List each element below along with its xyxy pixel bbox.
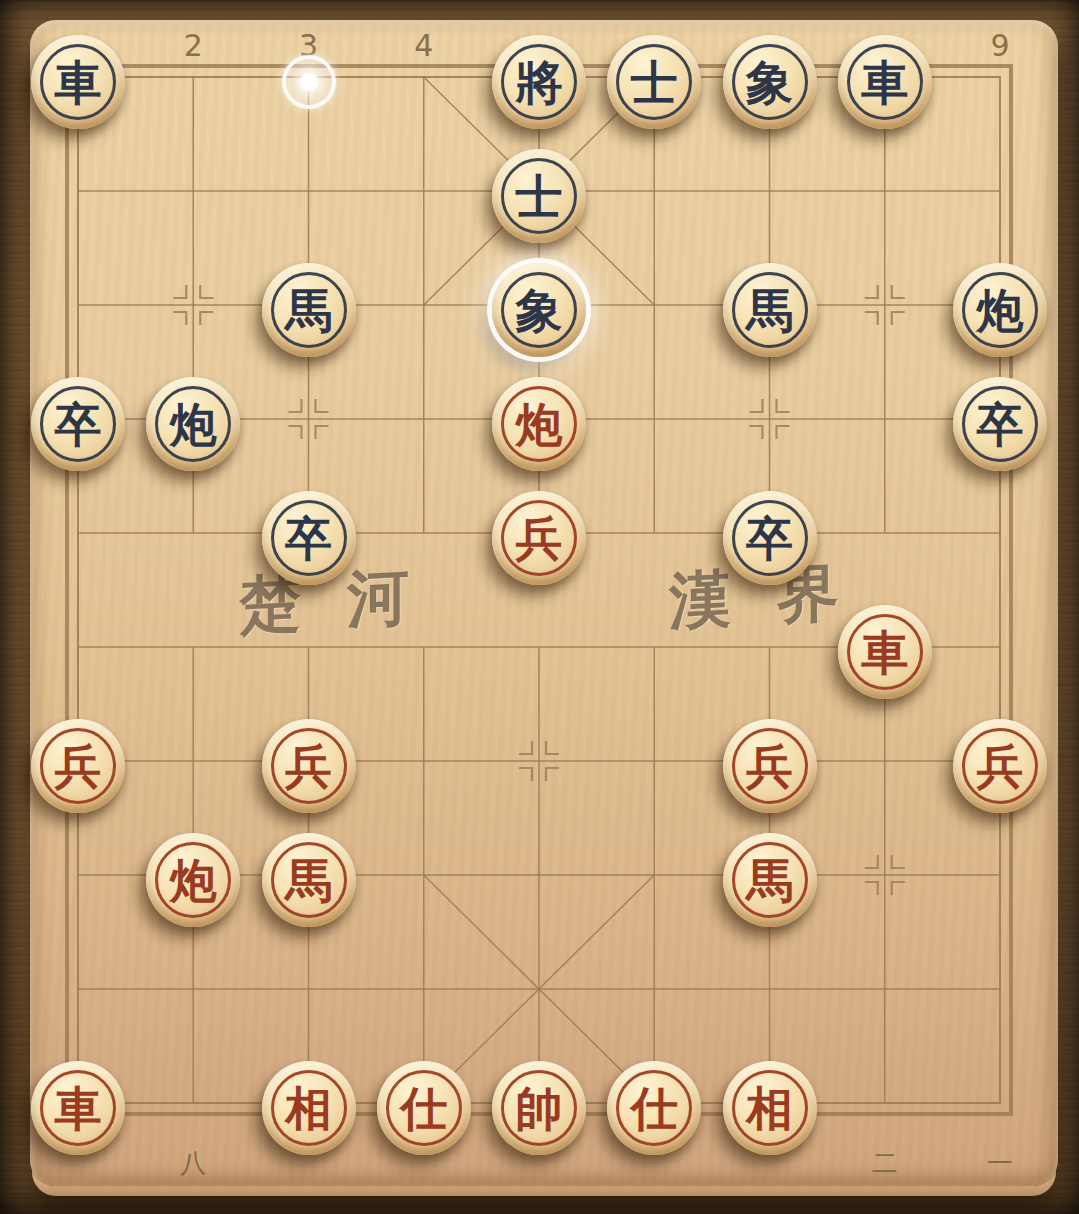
piece-character: 炮 — [492, 377, 586, 471]
piece-character: 卒 — [953, 377, 1047, 471]
piece-black-chariot[interactable]: 車 — [838, 35, 932, 129]
piece-character: 相 — [723, 1061, 817, 1155]
piece-red-elephant[interactable]: 相 — [723, 1061, 817, 1155]
piece-black-soldier[interactable]: 卒 — [262, 491, 356, 585]
piece-red-advisor[interactable]: 仕 — [607, 1061, 701, 1155]
piece-black-soldier[interactable]: 卒 — [953, 377, 1047, 471]
piece-red-cannon[interactable]: 炮 — [146, 833, 240, 927]
piece-black-advisor[interactable]: 士 — [492, 149, 586, 243]
piece-character: 炮 — [146, 833, 240, 927]
piece-red-advisor[interactable]: 仕 — [377, 1061, 471, 1155]
piece-black-soldier[interactable]: 卒 — [723, 491, 817, 585]
piece-character: 車 — [838, 35, 932, 129]
piece-character: 仕 — [607, 1061, 701, 1155]
piece-black-advisor[interactable]: 士 — [607, 35, 701, 129]
piece-black-elephant[interactable]: 象 — [723, 35, 817, 129]
piece-character: 馬 — [262, 263, 356, 357]
piece-character: 車 — [31, 1061, 125, 1155]
piece-black-elephant[interactable]: 象 — [492, 263, 586, 357]
piece-character: 兵 — [953, 719, 1047, 813]
piece-red-soldier[interactable]: 兵 — [31, 719, 125, 813]
piece-red-chariot[interactable]: 車 — [31, 1061, 125, 1155]
piece-black-horse[interactable]: 馬 — [262, 263, 356, 357]
piece-black-horse[interactable]: 馬 — [723, 263, 817, 357]
xiangqi-app-screen: 楚河 漢界 2349 八二一 車將士象車士馬象馬炮卒炮炮卒卒兵卒車兵兵兵兵炮馬馬… — [0, 0, 1079, 1214]
piece-character: 車 — [31, 35, 125, 129]
piece-red-soldier[interactable]: 兵 — [492, 491, 586, 585]
piece-character: 將 — [492, 35, 586, 129]
piece-red-horse[interactable]: 馬 — [723, 833, 817, 927]
piece-character: 卒 — [31, 377, 125, 471]
piece-character: 炮 — [953, 263, 1047, 357]
piece-red-soldier[interactable]: 兵 — [953, 719, 1047, 813]
piece-black-cannon[interactable]: 炮 — [953, 263, 1047, 357]
piece-character: 卒 — [723, 491, 817, 585]
last-move-origin-marker — [282, 55, 336, 109]
piece-character: 馬 — [262, 833, 356, 927]
piece-black-cannon[interactable]: 炮 — [146, 377, 240, 471]
piece-character: 馬 — [723, 833, 817, 927]
piece-red-cannon[interactable]: 炮 — [492, 377, 586, 471]
piece-character: 卒 — [262, 491, 356, 585]
piece-character: 兵 — [492, 491, 586, 585]
piece-character: 馬 — [723, 263, 817, 357]
piece-character: 炮 — [146, 377, 240, 471]
piece-red-chariot[interactable]: 車 — [838, 605, 932, 699]
piece-character: 兵 — [31, 719, 125, 813]
piece-character: 士 — [492, 149, 586, 243]
piece-character: 帥 — [492, 1061, 586, 1155]
piece-character: 仕 — [377, 1061, 471, 1155]
piece-black-general[interactable]: 將 — [492, 35, 586, 129]
piece-character: 相 — [262, 1061, 356, 1155]
piece-character: 象 — [723, 35, 817, 129]
board-grid[interactable]: 車將士象車士馬象馬炮卒炮炮卒卒兵卒車兵兵兵兵炮馬馬車相仕帥仕相 — [20, 20, 1057, 1160]
piece-character: 兵 — [262, 719, 356, 813]
piece-character: 車 — [838, 605, 932, 699]
piece-character: 士 — [607, 35, 701, 129]
piece-red-soldier[interactable]: 兵 — [723, 719, 817, 813]
piece-red-horse[interactable]: 馬 — [262, 833, 356, 927]
piece-red-soldier[interactable]: 兵 — [262, 719, 356, 813]
piece-black-chariot[interactable]: 車 — [31, 35, 125, 129]
piece-character: 兵 — [723, 719, 817, 813]
piece-character: 象 — [492, 263, 586, 357]
piece-red-elephant[interactable]: 相 — [262, 1061, 356, 1155]
piece-red-general[interactable]: 帥 — [492, 1061, 586, 1155]
piece-black-soldier[interactable]: 卒 — [31, 377, 125, 471]
